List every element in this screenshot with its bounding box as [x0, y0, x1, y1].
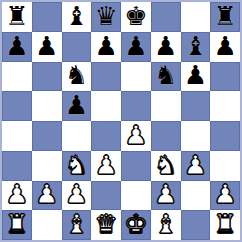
square-h8[interactable]: ♜ — [210, 2, 240, 32]
piece-white-pawn[interactable]: ♟ — [184, 152, 207, 178]
square-h2[interactable]: ♟ — [210, 181, 240, 211]
piece-white-knight[interactable]: ♞ — [154, 152, 177, 178]
piece-black-pawn[interactable]: ♟ — [184, 62, 207, 88]
square-d3[interactable]: ♟ — [91, 151, 121, 181]
piece-white-knight[interactable]: ♞ — [65, 152, 88, 178]
piece-white-pawn[interactable]: ♟ — [65, 181, 88, 207]
piece-white-bishop[interactable]: ♝ — [154, 211, 177, 237]
square-e2[interactable] — [121, 181, 151, 211]
square-g5[interactable] — [181, 91, 211, 121]
chess-board: ♜♝♛♚♜♟♟♟♟♟♝♟♞♞♟♟♟♞♟♞♟♟♟♟♟♟♜♝♛♚♝♜ — [0, 0, 242, 242]
piece-white-pawn[interactable]: ♟ — [94, 152, 117, 178]
piece-black-knight[interactable]: ♞ — [65, 62, 88, 88]
square-b2[interactable]: ♟ — [32, 181, 62, 211]
piece-black-king[interactable]: ♚ — [124, 3, 147, 29]
piece-white-bishop[interactable]: ♝ — [65, 211, 88, 237]
square-f1[interactable]: ♝ — [151, 210, 181, 240]
square-a6[interactable] — [2, 62, 32, 92]
square-d6[interactable] — [91, 62, 121, 92]
square-c4[interactable] — [62, 121, 92, 151]
square-f7[interactable]: ♟ — [151, 32, 181, 62]
square-h6[interactable] — [210, 62, 240, 92]
square-e7[interactable]: ♟ — [121, 32, 151, 62]
square-b3[interactable] — [32, 151, 62, 181]
square-a4[interactable] — [2, 121, 32, 151]
square-a7[interactable]: ♟ — [2, 32, 32, 62]
square-h5[interactable] — [210, 91, 240, 121]
piece-black-pawn[interactable]: ♟ — [65, 92, 88, 118]
piece-white-pawn[interactable]: ♟ — [124, 122, 147, 148]
square-f2[interactable]: ♟ — [151, 181, 181, 211]
piece-white-rook[interactable]: ♜ — [213, 211, 236, 237]
piece-white-pawn[interactable]: ♟ — [213, 181, 236, 207]
square-a3[interactable] — [2, 151, 32, 181]
square-h7[interactable]: ♟ — [210, 32, 240, 62]
square-a1[interactable]: ♜ — [2, 210, 32, 240]
square-e1[interactable]: ♚ — [121, 210, 151, 240]
square-b1[interactable] — [32, 210, 62, 240]
square-d4[interactable] — [91, 121, 121, 151]
square-g2[interactable] — [181, 181, 211, 211]
piece-black-pawn[interactable]: ♟ — [5, 33, 28, 59]
square-d2[interactable] — [91, 181, 121, 211]
square-b4[interactable] — [32, 121, 62, 151]
square-h1[interactable]: ♜ — [210, 210, 240, 240]
square-g3[interactable]: ♟ — [181, 151, 211, 181]
square-a5[interactable] — [2, 91, 32, 121]
square-e3[interactable] — [121, 151, 151, 181]
square-d8[interactable]: ♛ — [91, 2, 121, 32]
square-a2[interactable]: ♟ — [2, 181, 32, 211]
square-f4[interactable] — [151, 121, 181, 151]
square-c1[interactable]: ♝ — [62, 210, 92, 240]
square-g8[interactable] — [181, 2, 211, 32]
square-g7[interactable]: ♝ — [181, 32, 211, 62]
piece-white-pawn[interactable]: ♟ — [35, 181, 58, 207]
square-c8[interactable]: ♝ — [62, 2, 92, 32]
piece-black-pawn[interactable]: ♟ — [94, 33, 117, 59]
square-b7[interactable]: ♟ — [32, 32, 62, 62]
square-f5[interactable] — [151, 91, 181, 121]
piece-black-queen[interactable]: ♛ — [94, 3, 117, 29]
square-e8[interactable]: ♚ — [121, 2, 151, 32]
square-f8[interactable] — [151, 2, 181, 32]
square-g1[interactable] — [181, 210, 211, 240]
square-a8[interactable]: ♜ — [2, 2, 32, 32]
piece-black-pawn[interactable]: ♟ — [35, 33, 58, 59]
square-d1[interactable]: ♛ — [91, 210, 121, 240]
square-d5[interactable] — [91, 91, 121, 121]
square-c5[interactable]: ♟ — [62, 91, 92, 121]
square-c2[interactable]: ♟ — [62, 181, 92, 211]
piece-black-rook[interactable]: ♜ — [5, 3, 28, 29]
piece-white-queen[interactable]: ♛ — [94, 211, 117, 237]
square-g6[interactable]: ♟ — [181, 62, 211, 92]
piece-black-bishop[interactable]: ♝ — [65, 3, 88, 29]
piece-white-king[interactable]: ♚ — [124, 211, 147, 237]
piece-black-pawn[interactable]: ♟ — [213, 33, 236, 59]
piece-black-pawn[interactable]: ♟ — [124, 33, 147, 59]
square-c6[interactable]: ♞ — [62, 62, 92, 92]
square-c3[interactable]: ♞ — [62, 151, 92, 181]
square-h3[interactable] — [210, 151, 240, 181]
square-b5[interactable] — [32, 91, 62, 121]
square-g4[interactable] — [181, 121, 211, 151]
piece-black-pawn[interactable]: ♟ — [154, 33, 177, 59]
square-h4[interactable] — [210, 121, 240, 151]
piece-white-pawn[interactable]: ♟ — [154, 181, 177, 207]
square-b6[interactable] — [32, 62, 62, 92]
piece-white-pawn[interactable]: ♟ — [5, 181, 28, 207]
piece-black-knight[interactable]: ♞ — [154, 62, 177, 88]
piece-black-bishop[interactable]: ♝ — [184, 33, 207, 59]
square-e4[interactable]: ♟ — [121, 121, 151, 151]
square-b8[interactable] — [32, 2, 62, 32]
square-e6[interactable] — [121, 62, 151, 92]
square-f3[interactable]: ♞ — [151, 151, 181, 181]
square-d7[interactable]: ♟ — [91, 32, 121, 62]
square-c7[interactable] — [62, 32, 92, 62]
piece-black-rook[interactable]: ♜ — [213, 3, 236, 29]
square-f6[interactable]: ♞ — [151, 62, 181, 92]
square-e5[interactable] — [121, 91, 151, 121]
piece-white-rook[interactable]: ♜ — [5, 211, 28, 237]
